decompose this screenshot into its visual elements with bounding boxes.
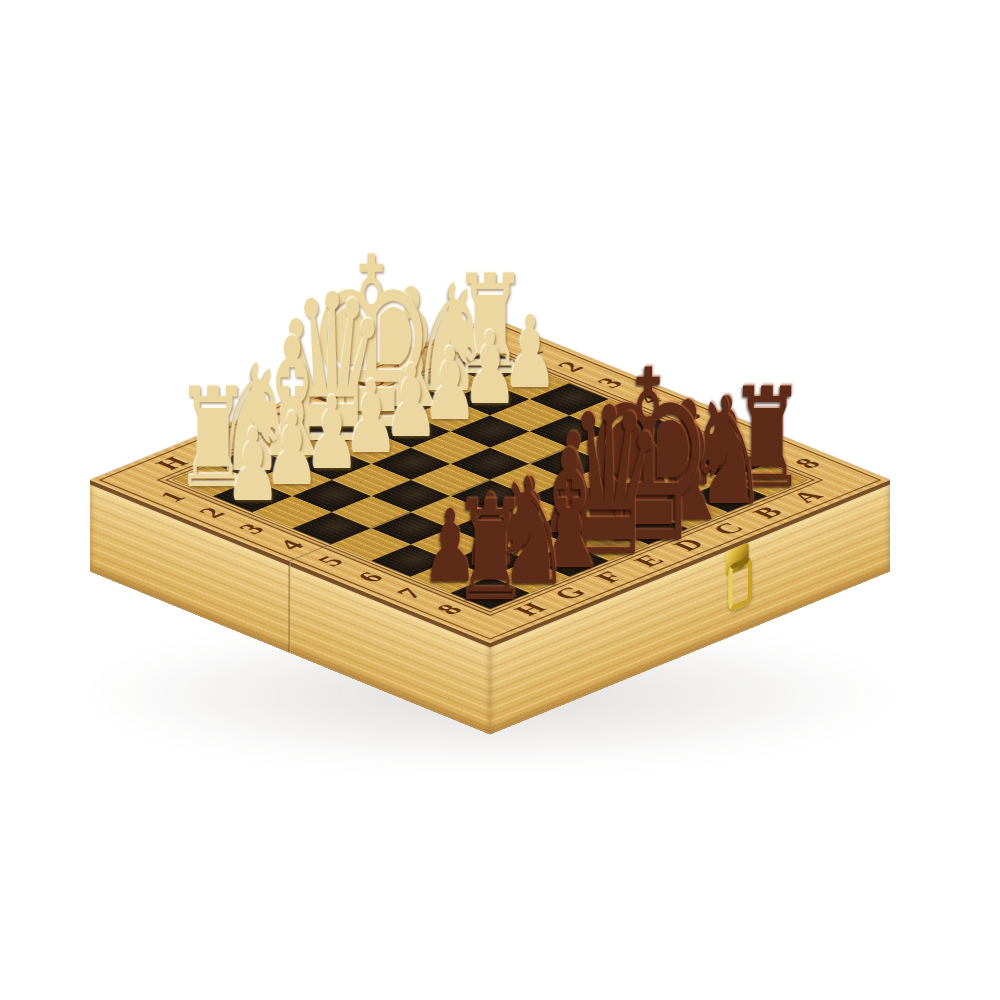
brass-latch bbox=[723, 541, 751, 615]
chess-set-photo: 12345678 12345678 ABCDEFGH ABCDEFGH ♜♞♝♚… bbox=[0, 0, 1000, 1000]
fold-seam-side bbox=[289, 561, 291, 653]
latch-loop bbox=[728, 555, 752, 612]
